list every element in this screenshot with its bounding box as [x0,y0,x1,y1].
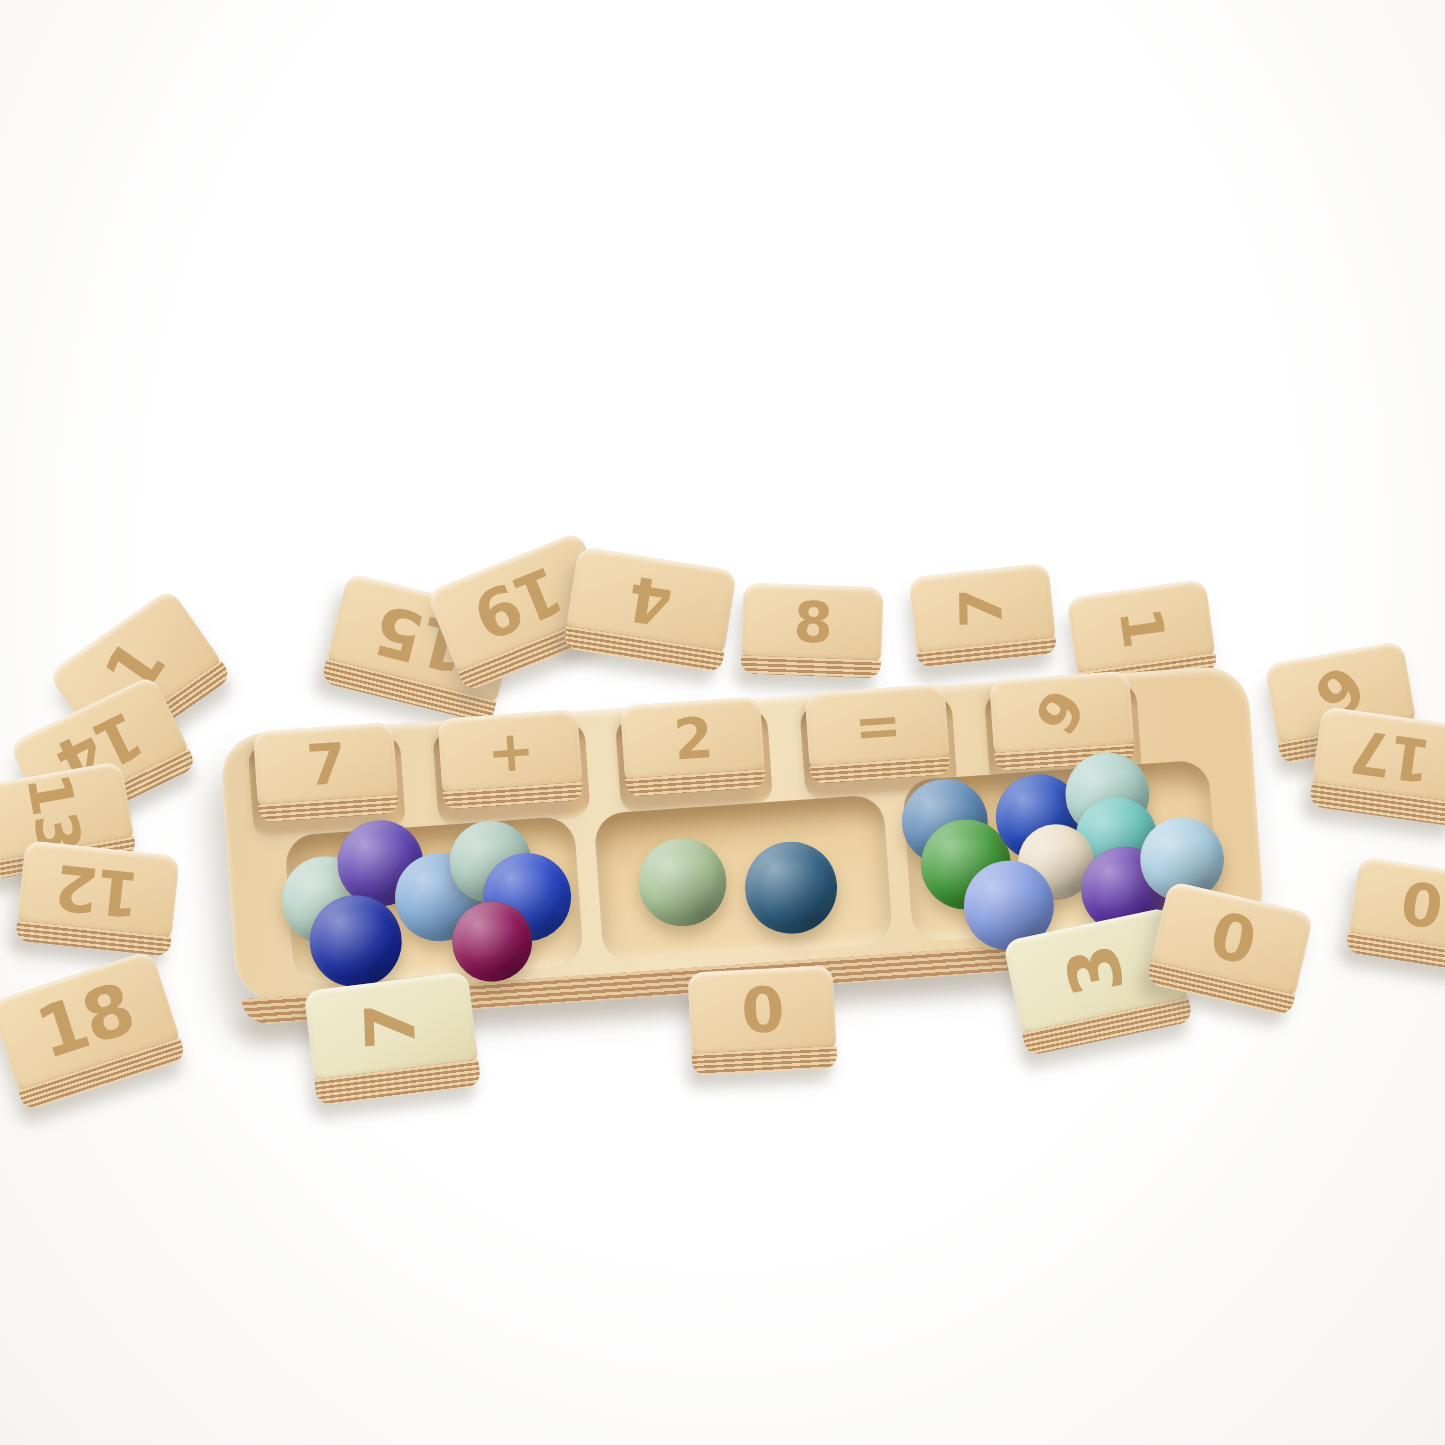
number-tile[interactable]: 12 [15,840,180,957]
tile-number: 12 [54,855,143,925]
tile-number: 7 [305,736,346,795]
tile-number: 17 [1349,721,1435,791]
number-tile[interactable]: 7 [304,971,482,1105]
tile-number: 3 [1056,941,1135,1002]
tile-number: = [853,697,902,756]
number-tile[interactable]: 0 [1345,856,1445,973]
tile-face: + [437,709,582,795]
tile-face: 0 [687,965,836,1056]
tile-number: 2 [672,710,713,769]
number-tile[interactable]: 0 [687,965,837,1075]
number-tile[interactable]: 4 [563,546,737,673]
tile-number: 8 [793,594,832,651]
tile-number: 7 [356,1003,426,1051]
tile-number: 0 [1397,874,1445,939]
equation-tile[interactable]: 2 [620,696,766,797]
tile-number: 0 [740,979,784,1043]
tile-face: 7 [253,722,398,808]
tile-number: 1 [1110,604,1172,650]
number-tile[interactable]: 8 [740,583,883,679]
number-tile[interactable]: 17 [1309,706,1445,827]
tile-face: 9 [989,671,1134,757]
number-tile[interactable]: 7 [909,563,1058,668]
tile-face: = [805,684,950,770]
equation-tile[interactable]: 7 [253,722,399,823]
tile-number: 0 [1204,903,1260,975]
tile-number: 9 [1028,683,1095,744]
tile-number: 4 [626,566,676,634]
tile-face: 8 [741,583,884,664]
tile-number: + [485,722,534,781]
tile-edge [740,656,881,679]
tile-face: 2 [620,696,765,782]
equation-tile[interactable]: = [805,684,951,785]
equation-tile[interactable]: + [437,709,583,810]
number-tile[interactable]: 18 [0,950,187,1112]
photo-background: 15 19 4 8 7 1 9 17 1 14 13 12 [0,0,1445,1445]
tile-number: 7 [953,589,1011,628]
